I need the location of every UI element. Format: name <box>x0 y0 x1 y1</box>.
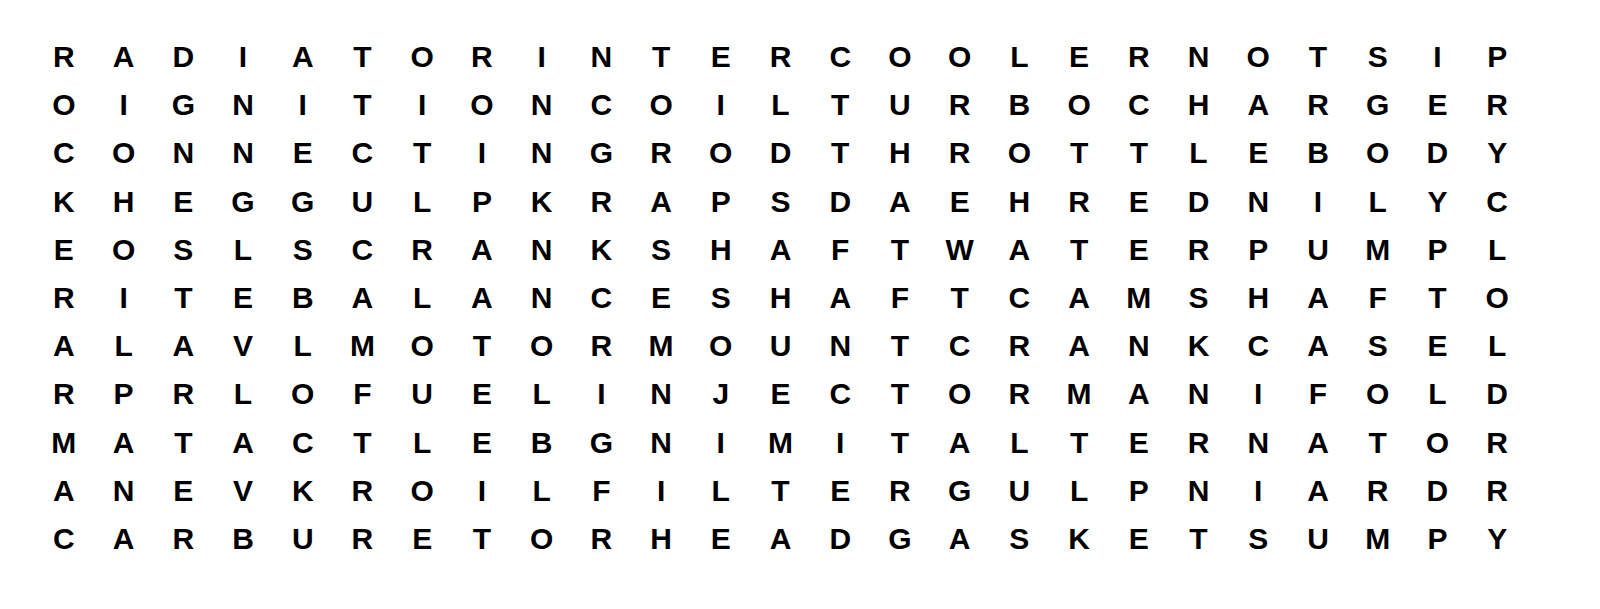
cell-r3c5[interactable]: E <box>273 129 333 177</box>
cell-r5c1[interactable]: E <box>34 226 94 274</box>
cell-r9c21[interactable]: N <box>1228 418 1288 466</box>
cell-r4c12[interactable]: P <box>691 178 751 226</box>
cell-r9c20[interactable]: R <box>1169 418 1229 466</box>
cell-r2c13[interactable]: L <box>751 81 811 129</box>
cell-r3c2[interactable]: O <box>94 129 154 177</box>
cell-r2c8[interactable]: O <box>452 81 512 129</box>
cell-r2c12[interactable]: I <box>691 81 751 129</box>
cell-r1c14[interactable]: C <box>810 33 870 81</box>
cell-r10c13[interactable]: T <box>751 467 811 515</box>
cell-r11c10[interactable]: R <box>571 515 631 563</box>
cell-r6c23[interactable]: F <box>1348 274 1408 322</box>
cell-r8c19[interactable]: A <box>1109 370 1169 418</box>
cell-r11c7[interactable]: E <box>392 515 452 563</box>
cell-r2c16[interactable]: R <box>930 81 990 129</box>
cell-r10c1[interactable]: A <box>34 467 94 515</box>
cell-r10c5[interactable]: K <box>273 467 333 515</box>
cell-r9c15[interactable]: T <box>870 418 930 466</box>
cell-r2c1[interactable]: O <box>34 81 94 129</box>
cell-r2c4[interactable]: N <box>213 81 273 129</box>
cell-r4c16[interactable]: E <box>930 178 990 226</box>
cell-r3c14[interactable]: T <box>810 129 870 177</box>
cell-r3c11[interactable]: R <box>631 129 691 177</box>
cell-r1c1[interactable]: R <box>34 33 94 81</box>
cell-r4c8[interactable]: P <box>452 178 512 226</box>
cell-r9c14[interactable]: I <box>810 418 870 466</box>
cell-r7c9[interactable]: O <box>512 322 572 370</box>
cell-r10c12[interactable]: L <box>691 467 751 515</box>
cell-r7c6[interactable]: M <box>333 322 393 370</box>
cell-r5c23[interactable]: M <box>1348 226 1408 274</box>
cell-r9c19[interactable]: E <box>1109 418 1169 466</box>
cell-r2c9[interactable]: N <box>512 81 572 129</box>
cell-r10c15[interactable]: R <box>870 467 930 515</box>
cell-r10c23[interactable]: R <box>1348 467 1408 515</box>
cell-r9c23[interactable]: T <box>1348 418 1408 466</box>
cell-r1c20[interactable]: N <box>1169 33 1229 81</box>
word-search-page: { "game": "word-search", "grid": { "rows… <box>0 0 1600 609</box>
cell-r8c1[interactable]: R <box>34 370 94 418</box>
cell-r3c6[interactable]: C <box>333 129 393 177</box>
cell-r2c5[interactable]: I <box>273 81 333 129</box>
cell-r11c23[interactable]: M <box>1348 515 1408 563</box>
cell-r11c11[interactable]: H <box>631 515 691 563</box>
cell-r3c25[interactable]: Y <box>1467 129 1527 177</box>
cell-r4c9[interactable]: K <box>512 178 572 226</box>
cell-r3c15[interactable]: H <box>870 129 930 177</box>
cell-r2c3[interactable]: G <box>153 81 213 129</box>
cell-r3c10[interactable]: G <box>571 129 631 177</box>
cell-r5c19[interactable]: E <box>1109 226 1169 274</box>
cell-r4c3[interactable]: E <box>153 178 213 226</box>
cell-r8c11[interactable]: N <box>631 370 691 418</box>
cell-r8c9[interactable]: L <box>512 370 572 418</box>
cell-r10c11[interactable]: I <box>631 467 691 515</box>
cell-r5c4[interactable]: L <box>213 226 273 274</box>
cell-r11c22[interactable]: U <box>1288 515 1348 563</box>
cell-r3c23[interactable]: O <box>1348 129 1408 177</box>
cell-r10c14[interactable]: E <box>810 467 870 515</box>
cell-r4c13[interactable]: S <box>751 178 811 226</box>
cell-r2c15[interactable]: U <box>870 81 930 129</box>
cell-r5c3[interactable]: S <box>153 226 213 274</box>
cell-r5c10[interactable]: K <box>571 226 631 274</box>
cell-r4c14[interactable]: D <box>810 178 870 226</box>
cell-r3c16[interactable]: R <box>930 129 990 177</box>
cell-r11c14[interactable]: D <box>810 515 870 563</box>
cell-r9c17[interactable]: L <box>990 418 1050 466</box>
cell-r2c19[interactable]: C <box>1109 81 1169 129</box>
cell-r9c6[interactable]: T <box>333 418 393 466</box>
cell-r5c15[interactable]: T <box>870 226 930 274</box>
cell-r4c2[interactable]: H <box>94 178 154 226</box>
cell-r2c2[interactable]: I <box>94 81 154 129</box>
cell-r4c21[interactable]: N <box>1228 178 1288 226</box>
cell-r10c4[interactable]: V <box>213 467 273 515</box>
cell-r10c19[interactable]: P <box>1109 467 1169 515</box>
cell-r8c8[interactable]: E <box>452 370 512 418</box>
cell-r3c13[interactable]: D <box>751 129 811 177</box>
cell-r3c20[interactable]: L <box>1169 129 1229 177</box>
cell-r9c2[interactable]: A <box>94 418 154 466</box>
word-search-board: RADIATORINTERCOOLERNOTSIPOIGNITIONCOILTU… <box>34 33 1527 563</box>
cell-r6c5[interactable]: B <box>273 274 333 322</box>
cell-r1c25[interactable]: P <box>1467 33 1527 81</box>
cell-r2c14[interactable]: T <box>810 81 870 129</box>
cell-r7c23[interactable]: S <box>1348 322 1408 370</box>
cell-r2c22[interactable]: R <box>1288 81 1348 129</box>
cell-r1c10[interactable]: N <box>571 33 631 81</box>
cell-r5c7[interactable]: R <box>392 226 452 274</box>
cell-r4c4[interactable]: G <box>213 178 273 226</box>
cell-r3c19[interactable]: T <box>1109 129 1169 177</box>
cell-r7c19[interactable]: N <box>1109 322 1169 370</box>
cell-r9c9[interactable]: B <box>512 418 572 466</box>
cell-r8c5[interactable]: O <box>273 370 333 418</box>
cell-r4c22[interactable]: I <box>1288 178 1348 226</box>
cell-r9c25[interactable]: R <box>1467 418 1527 466</box>
cell-r4c24[interactable]: Y <box>1408 178 1468 226</box>
cell-r1c7[interactable]: O <box>392 33 452 81</box>
cell-r9c18[interactable]: T <box>1049 418 1109 466</box>
cell-r1c16[interactable]: O <box>930 33 990 81</box>
cell-r6c17[interactable]: C <box>990 274 1050 322</box>
cell-r5c2[interactable]: O <box>94 226 154 274</box>
cell-r2c23[interactable]: G <box>1348 81 1408 129</box>
cell-r2c6[interactable]: T <box>333 81 393 129</box>
cell-r1c19[interactable]: R <box>1109 33 1169 81</box>
cell-r7c12[interactable]: O <box>691 322 751 370</box>
cell-r7c13[interactable]: U <box>751 322 811 370</box>
cell-r5c20[interactable]: R <box>1169 226 1229 274</box>
cell-r11c16[interactable]: A <box>930 515 990 563</box>
cell-r10c25[interactable]: R <box>1467 467 1527 515</box>
cell-r10c22[interactable]: A <box>1288 467 1348 515</box>
cell-r7c24[interactable]: E <box>1408 322 1468 370</box>
cell-r8c23[interactable]: O <box>1348 370 1408 418</box>
cell-r4c11[interactable]: A <box>631 178 691 226</box>
cell-r5c25[interactable]: L <box>1467 226 1527 274</box>
cell-r8c17[interactable]: R <box>990 370 1050 418</box>
cell-r2c25[interactable]: R <box>1467 81 1527 129</box>
cell-r3c1[interactable]: C <box>34 129 94 177</box>
cell-r3c4[interactable]: N <box>213 129 273 177</box>
cell-r11c4[interactable]: B <box>213 515 273 563</box>
cell-r3c24[interactable]: D <box>1408 129 1468 177</box>
cell-r11c15[interactable]: G <box>870 515 930 563</box>
cell-r5c12[interactable]: H <box>691 226 751 274</box>
cell-r1c22[interactable]: T <box>1288 33 1348 81</box>
cell-r10c10[interactable]: F <box>571 467 631 515</box>
cell-r10c8[interactable]: I <box>452 467 512 515</box>
cell-r8c12[interactable]: J <box>691 370 751 418</box>
cell-r6c3[interactable]: T <box>153 274 213 322</box>
cell-r6c20[interactable]: S <box>1169 274 1229 322</box>
cell-r6c18[interactable]: A <box>1049 274 1109 322</box>
cell-r7c15[interactable]: T <box>870 322 930 370</box>
cell-r5c16[interactable]: W <box>930 226 990 274</box>
cell-r3c22[interactable]: B <box>1288 129 1348 177</box>
cell-r7c4[interactable]: V <box>213 322 273 370</box>
cell-r8c7[interactable]: U <box>392 370 452 418</box>
cell-r10c17[interactable]: U <box>990 467 1050 515</box>
cell-r1c8[interactable]: R <box>452 33 512 81</box>
cell-r5c6[interactable]: C <box>333 226 393 274</box>
cell-r9c13[interactable]: M <box>751 418 811 466</box>
cell-r10c2[interactable]: N <box>94 467 154 515</box>
cell-r4c5[interactable]: G <box>273 178 333 226</box>
cell-r2c17[interactable]: B <box>990 81 1050 129</box>
cell-r6c8[interactable]: A <box>452 274 512 322</box>
cell-r8c18[interactable]: M <box>1049 370 1109 418</box>
cell-r6c13[interactable]: H <box>751 274 811 322</box>
cell-r1c5[interactable]: A <box>273 33 333 81</box>
cell-r10c6[interactable]: R <box>333 467 393 515</box>
cell-r11c18[interactable]: K <box>1049 515 1109 563</box>
cell-r4c7[interactable]: L <box>392 178 452 226</box>
cell-r4c6[interactable]: U <box>333 178 393 226</box>
cell-r3c3[interactable]: N <box>153 129 213 177</box>
cell-r8c16[interactable]: O <box>930 370 990 418</box>
cell-r6c21[interactable]: H <box>1228 274 1288 322</box>
cell-r4c25[interactable]: C <box>1467 178 1527 226</box>
cell-r7c8[interactable]: T <box>452 322 512 370</box>
cell-r4c19[interactable]: E <box>1109 178 1169 226</box>
cell-r3c7[interactable]: T <box>392 129 452 177</box>
cell-r6c11[interactable]: E <box>631 274 691 322</box>
cell-r11c25[interactable]: Y <box>1467 515 1527 563</box>
cell-r1c24[interactable]: I <box>1408 33 1468 81</box>
cell-r5c22[interactable]: U <box>1288 226 1348 274</box>
cell-r2c7[interactable]: I <box>392 81 452 129</box>
cell-r9c1[interactable]: M <box>34 418 94 466</box>
cell-r7c20[interactable]: K <box>1169 322 1229 370</box>
cell-r2c10[interactable]: C <box>571 81 631 129</box>
cell-r8c3[interactable]: R <box>153 370 213 418</box>
cell-r9c8[interactable]: E <box>452 418 512 466</box>
cell-r8c15[interactable]: T <box>870 370 930 418</box>
cell-r11c24[interactable]: P <box>1408 515 1468 563</box>
cell-r7c1[interactable]: A <box>34 322 94 370</box>
cell-r11c21[interactable]: S <box>1228 515 1288 563</box>
cell-r11c6[interactable]: R <box>333 515 393 563</box>
cell-r11c9[interactable]: O <box>512 515 572 563</box>
cell-r6c6[interactable]: A <box>333 274 393 322</box>
cell-r7c21[interactable]: C <box>1228 322 1288 370</box>
cell-r9c11[interactable]: N <box>631 418 691 466</box>
cell-r6c22[interactable]: A <box>1288 274 1348 322</box>
cell-r3c12[interactable]: O <box>691 129 751 177</box>
cell-r9c16[interactable]: A <box>930 418 990 466</box>
cell-r9c3[interactable]: T <box>153 418 213 466</box>
cell-r10c16[interactable]: G <box>930 467 990 515</box>
cell-r5c21[interactable]: P <box>1228 226 1288 274</box>
cell-r7c18[interactable]: A <box>1049 322 1109 370</box>
cell-r7c2[interactable]: L <box>94 322 154 370</box>
cell-r9c22[interactable]: A <box>1288 418 1348 466</box>
cell-r10c9[interactable]: L <box>512 467 572 515</box>
cell-r8c14[interactable]: C <box>810 370 870 418</box>
cell-r10c3[interactable]: E <box>153 467 213 515</box>
cell-r3c17[interactable]: O <box>990 129 1050 177</box>
cell-r2c18[interactable]: O <box>1049 81 1109 129</box>
cell-r1c21[interactable]: O <box>1228 33 1288 81</box>
cell-r3c9[interactable]: N <box>512 129 572 177</box>
cell-r1c23[interactable]: S <box>1348 33 1408 81</box>
cell-r6c12[interactable]: S <box>691 274 751 322</box>
cell-r1c13[interactable]: R <box>751 33 811 81</box>
cell-r4c10[interactable]: R <box>571 178 631 226</box>
cell-r6c24[interactable]: T <box>1408 274 1468 322</box>
cell-r11c5[interactable]: U <box>273 515 333 563</box>
cell-r1c18[interactable]: E <box>1049 33 1109 81</box>
cell-r11c1[interactable]: C <box>34 515 94 563</box>
cell-r1c11[interactable]: T <box>631 33 691 81</box>
cell-r9c7[interactable]: L <box>392 418 452 466</box>
cell-r8c4[interactable]: L <box>213 370 273 418</box>
cell-r9c10[interactable]: G <box>571 418 631 466</box>
cell-r4c23[interactable]: L <box>1348 178 1408 226</box>
cell-r4c1[interactable]: K <box>34 178 94 226</box>
cell-r4c18[interactable]: R <box>1049 178 1109 226</box>
cell-r2c24[interactable]: E <box>1408 81 1468 129</box>
cell-r6c15[interactable]: F <box>870 274 930 322</box>
cell-r7c22[interactable]: A <box>1288 322 1348 370</box>
cell-r7c11[interactable]: M <box>631 322 691 370</box>
cell-r5c13[interactable]: A <box>751 226 811 274</box>
cell-r8c2[interactable]: P <box>94 370 154 418</box>
cell-r7c17[interactable]: R <box>990 322 1050 370</box>
cell-r6c19[interactable]: M <box>1109 274 1169 322</box>
cell-r11c13[interactable]: A <box>751 515 811 563</box>
cell-r8c20[interactable]: N <box>1169 370 1229 418</box>
cell-r6c2[interactable]: I <box>94 274 154 322</box>
cell-r9c5[interactable]: C <box>273 418 333 466</box>
cell-r2c11[interactable]: O <box>631 81 691 129</box>
cell-r8c21[interactable]: I <box>1228 370 1288 418</box>
cell-r11c20[interactable]: T <box>1169 515 1229 563</box>
cell-r6c4[interactable]: E <box>213 274 273 322</box>
cell-r5c5[interactable]: S <box>273 226 333 274</box>
cell-r8c22[interactable]: F <box>1288 370 1348 418</box>
cell-r9c24[interactable]: O <box>1408 418 1468 466</box>
cell-r3c8[interactable]: I <box>452 129 512 177</box>
cell-r7c25[interactable]: L <box>1467 322 1527 370</box>
cell-r9c4[interactable]: A <box>213 418 273 466</box>
cell-r10c21[interactable]: I <box>1228 467 1288 515</box>
cell-r4c17[interactable]: H <box>990 178 1050 226</box>
cell-r6c10[interactable]: C <box>571 274 631 322</box>
cell-r11c19[interactable]: E <box>1109 515 1169 563</box>
cell-r2c20[interactable]: H <box>1169 81 1229 129</box>
cell-r1c9[interactable]: I <box>512 33 572 81</box>
cell-r6c14[interactable]: A <box>810 274 870 322</box>
cell-r10c24[interactable]: D <box>1408 467 1468 515</box>
cell-r1c2[interactable]: A <box>94 33 154 81</box>
cell-r4c20[interactable]: D <box>1169 178 1229 226</box>
cell-r6c7[interactable]: L <box>392 274 452 322</box>
cell-r8c6[interactable]: F <box>333 370 393 418</box>
cell-r10c20[interactable]: N <box>1169 467 1229 515</box>
cell-r5c9[interactable]: N <box>512 226 572 274</box>
cell-r2c21[interactable]: A <box>1228 81 1288 129</box>
cell-r9c12[interactable]: I <box>691 418 751 466</box>
cell-r1c3[interactable]: D <box>153 33 213 81</box>
cell-r8c10[interactable]: I <box>571 370 631 418</box>
cell-r11c17[interactable]: S <box>990 515 1050 563</box>
cell-r1c15[interactable]: O <box>870 33 930 81</box>
cell-r5c14[interactable]: F <box>810 226 870 274</box>
cell-r7c5[interactable]: L <box>273 322 333 370</box>
cell-r11c8[interactable]: T <box>452 515 512 563</box>
cell-r10c7[interactable]: O <box>392 467 452 515</box>
cell-r7c16[interactable]: C <box>930 322 990 370</box>
cell-r3c18[interactable]: T <box>1049 129 1109 177</box>
cell-r7c7[interactable]: O <box>392 322 452 370</box>
cell-r7c14[interactable]: N <box>810 322 870 370</box>
cell-r8c25[interactable]: D <box>1467 370 1527 418</box>
cell-r6c25[interactable]: O <box>1467 274 1527 322</box>
cell-r5c24[interactable]: P <box>1408 226 1468 274</box>
cell-r4c15[interactable]: A <box>870 178 930 226</box>
cell-r6c16[interactable]: T <box>930 274 990 322</box>
cell-r6c9[interactable]: N <box>512 274 572 322</box>
cell-r1c4[interactable]: I <box>213 33 273 81</box>
cell-r10c18[interactable]: L <box>1049 467 1109 515</box>
cell-r5c18[interactable]: T <box>1049 226 1109 274</box>
cell-r5c11[interactable]: S <box>631 226 691 274</box>
cell-r5c8[interactable]: A <box>452 226 512 274</box>
cell-r11c2[interactable]: A <box>94 515 154 563</box>
cell-r11c3[interactable]: R <box>153 515 213 563</box>
cell-r8c24[interactable]: L <box>1408 370 1468 418</box>
cell-r1c17[interactable]: L <box>990 33 1050 81</box>
cell-r1c12[interactable]: E <box>691 33 751 81</box>
cell-r1c6[interactable]: T <box>333 33 393 81</box>
cell-r5c17[interactable]: A <box>990 226 1050 274</box>
cell-r3c21[interactable]: E <box>1228 129 1288 177</box>
cell-r8c13[interactable]: E <box>751 370 811 418</box>
cell-r6c1[interactable]: R <box>34 274 94 322</box>
cell-r11c12[interactable]: E <box>691 515 751 563</box>
cell-r7c3[interactable]: A <box>153 322 213 370</box>
cell-r7c10[interactable]: R <box>571 322 631 370</box>
